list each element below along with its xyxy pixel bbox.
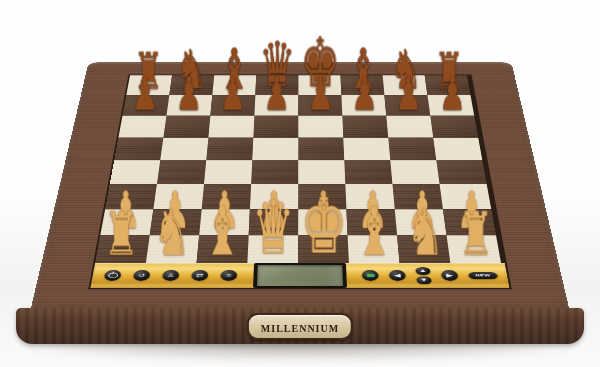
takeback-icon: ↺ <box>138 273 146 278</box>
square-g1[interactable]: ♞ <box>397 235 450 263</box>
square-e7[interactable]: ♟ <box>298 95 342 116</box>
lcd-bezel <box>253 263 347 288</box>
square-c5[interactable] <box>206 138 253 161</box>
square-d6[interactable] <box>253 116 298 138</box>
square-f1[interactable]: ♝ <box>348 235 400 263</box>
square-c7[interactable]: ♟ <box>210 95 255 116</box>
product-photo-scene: ♜♞♝♛♚♝♞♜♟♟♟♟♟♟♟♟♟♟♟♟♟♟♟♟♜♞♝♛♚♝♞♜ ↺ ♙ <box>0 0 600 367</box>
piece-black-pawn-g7[interactable]: ♟ <box>395 74 422 115</box>
playing-area-inset: ♜♞♝♛♚♝♞♜♟♟♟♟♟♟♟♟♟♟♟♟♟♟♟♟♜♞♝♛♚♝♞♜ ↺ ♙ <box>88 74 511 289</box>
menu-icon: ≡ <box>226 273 231 278</box>
square-g5[interactable] <box>388 138 436 161</box>
piece-black-pawn-b7[interactable]: ♟ <box>175 74 202 115</box>
right-button-group: ◀ ▲ ▼ ▶ NEW <box>361 267 499 284</box>
square-g7[interactable]: ♟ <box>384 95 430 116</box>
hint-icon: ♙ <box>167 273 175 278</box>
left-arrow-button[interactable]: ◀ <box>389 270 406 281</box>
square-c1[interactable]: ♝ <box>197 235 249 263</box>
square-a7[interactable]: ♟ <box>122 95 169 116</box>
piece-white-knight-b1[interactable]: ♞ <box>153 204 190 262</box>
square-f6[interactable] <box>342 116 388 138</box>
up-arrow-icon: ▲ <box>418 268 427 273</box>
piece-white-rook-a1[interactable]: ♜ <box>103 208 138 262</box>
brand-label: MILLENNIUM <box>261 323 339 334</box>
square-e1[interactable]: ♚ <box>298 235 349 263</box>
square-b5[interactable] <box>160 138 208 161</box>
piece-black-pawn-f7[interactable]: ♟ <box>351 74 378 115</box>
square-h1[interactable]: ♜ <box>447 235 502 263</box>
takeback-button[interactable]: ↺ <box>133 270 151 281</box>
square-f7[interactable]: ♟ <box>341 95 386 116</box>
ok-button[interactable] <box>362 270 379 281</box>
piece-black-pawn-d7[interactable]: ♟ <box>263 74 290 115</box>
lcd-display <box>253 263 347 288</box>
piece-black-pawn-a7[interactable]: ♟ <box>131 74 158 115</box>
square-g6[interactable] <box>386 116 433 138</box>
square-a1[interactable]: ♜ <box>95 235 150 263</box>
board-front-edge: MILLENNIUM <box>16 308 584 344</box>
piece-black-pawn-c7[interactable]: ♟ <box>219 74 246 115</box>
square-d5[interactable] <box>252 138 298 161</box>
swap-sides-button[interactable]: ⇄ <box>191 270 208 281</box>
square-h7[interactable]: ♟ <box>427 95 474 116</box>
piece-black-pawn-h7[interactable]: ♟ <box>439 74 466 115</box>
piece-white-king-e1[interactable]: ♚ <box>300 189 347 261</box>
right-arrow-button[interactable]: ▶ <box>441 270 459 281</box>
left-arrow-icon: ◀ <box>394 273 401 278</box>
piece-white-knight-g1[interactable]: ♞ <box>406 204 443 262</box>
piece-white-bishop-c1[interactable]: ♝ <box>203 201 242 261</box>
square-h6[interactable] <box>430 116 478 138</box>
square-e6[interactable] <box>298 116 343 138</box>
swap-icon: ⇄ <box>196 273 204 278</box>
down-arrow-button[interactable]: ▼ <box>416 276 431 284</box>
piece-white-rook-h1[interactable]: ♜ <box>458 208 493 262</box>
up-down-button-pair: ▲ ▼ <box>415 267 431 284</box>
new-game-button[interactable]: NEW <box>468 272 498 279</box>
chessboard-surface: ♜♞♝♛♚♝♞♜♟♟♟♟♟♟♟♟♟♟♟♟♟♟♟♟♜♞♝♛♚♝♞♜ ↺ ♙ <box>30 62 570 312</box>
left-button-group: ↺ ♙ ⇄ ≡ <box>103 270 237 281</box>
piece-white-bishop-f1[interactable]: ♝ <box>355 201 394 261</box>
chessboard-grid: ♜♞♝♛♚♝♞♜♟♟♟♟♟♟♟♟♟♟♟♟♟♟♟♟♜♞♝♛♚♝♞♜ <box>95 75 505 263</box>
power-icon <box>107 273 118 278</box>
power-button[interactable] <box>103 270 121 281</box>
piece-black-pawn-e7[interactable]: ♟ <box>307 74 334 115</box>
square-e5[interactable] <box>298 138 344 161</box>
square-h5[interactable] <box>433 138 482 161</box>
square-d7[interactable]: ♟ <box>254 95 298 116</box>
piece-white-queen-d1[interactable]: ♛ <box>251 195 294 261</box>
square-a5[interactable] <box>114 138 163 161</box>
square-f5[interactable] <box>343 138 390 161</box>
square-a6[interactable] <box>118 116 166 138</box>
square-b6[interactable] <box>163 116 210 138</box>
down-arrow-icon: ▼ <box>419 278 428 283</box>
square-b7[interactable]: ♟ <box>166 95 212 116</box>
green-ok-icon <box>366 274 374 277</box>
square-c6[interactable] <box>208 116 254 138</box>
right-arrow-icon: ▶ <box>446 273 453 278</box>
square-d1[interactable]: ♛ <box>247 235 298 263</box>
square-b1[interactable]: ♞ <box>146 235 199 263</box>
up-arrow-button[interactable]: ▲ <box>415 267 430 275</box>
brand-nameplate: MILLENNIUM <box>247 313 353 340</box>
control-panel: ↺ ♙ ⇄ ≡ <box>90 263 509 288</box>
menu-button[interactable]: ≡ <box>220 270 237 281</box>
hint-button[interactable]: ♙ <box>162 270 180 281</box>
